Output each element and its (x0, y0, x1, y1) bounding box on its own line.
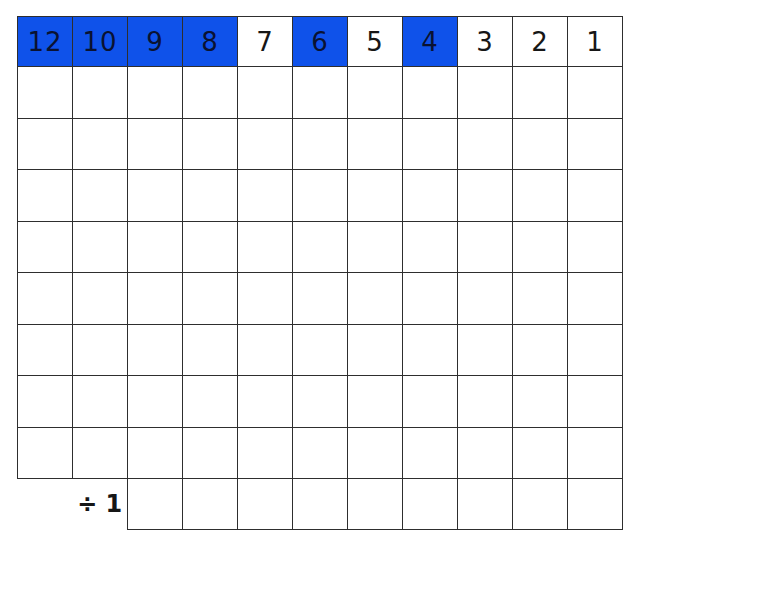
grid-cell-r7c3[interactable] (128, 376, 183, 428)
grid-row-1 (18, 67, 623, 119)
grid-cell-r6c3[interactable] (128, 324, 183, 376)
grid-cell-r6c5[interactable] (238, 324, 293, 376)
answer-cell-3[interactable] (238, 479, 293, 530)
header-cell-9: 9 (128, 17, 183, 67)
header-cell-1: 1 (568, 17, 623, 67)
grid-cell-r4c1[interactable] (18, 221, 73, 273)
header-cell-5: 5 (348, 17, 403, 67)
grid-cell-r5c8[interactable] (403, 273, 458, 325)
grid-row-8 (18, 427, 623, 479)
grid-cell-r4c2[interactable] (73, 221, 128, 273)
grid-cell-r7c7[interactable] (348, 376, 403, 428)
grid-cell-r1c4[interactable] (183, 67, 238, 119)
grid-cell-r8c10[interactable] (513, 427, 568, 479)
worksheet-canvas: 1210987654321÷ 1 (0, 0, 776, 600)
grid-cell-r4c3[interactable] (128, 221, 183, 273)
grid-cell-r8c3[interactable] (128, 427, 183, 479)
grid-row-3 (18, 170, 623, 222)
grid-cell-r8c9[interactable] (458, 427, 513, 479)
grid-cell-r2c6[interactable] (293, 118, 348, 170)
grid-row-2 (18, 118, 623, 170)
grid-cell-r2c10[interactable] (513, 118, 568, 170)
grid-cell-r6c8[interactable] (403, 324, 458, 376)
grid-cell-r5c11[interactable] (568, 273, 623, 325)
grid-cell-r7c8[interactable] (403, 376, 458, 428)
grid-cell-r1c10[interactable] (513, 67, 568, 119)
grid-cell-r2c11[interactable] (568, 118, 623, 170)
grid-cell-r3c4[interactable] (183, 170, 238, 222)
grid-cell-r8c2[interactable] (73, 427, 128, 479)
grid-cell-r6c4[interactable] (183, 324, 238, 376)
answer-cell-4[interactable] (293, 479, 348, 530)
grid-cell-r8c5[interactable] (238, 427, 293, 479)
grid-cell-r3c2[interactable] (73, 170, 128, 222)
grid-cell-r5c2[interactable] (73, 273, 128, 325)
grid-cell-r8c4[interactable] (183, 427, 238, 479)
grid-cell-r7c1[interactable] (18, 376, 73, 428)
grid-cell-r1c7[interactable] (348, 67, 403, 119)
header-cell-8: 8 (183, 17, 238, 67)
grid-cell-r1c6[interactable] (293, 67, 348, 119)
grid-cell-r4c5[interactable] (238, 221, 293, 273)
grid-cell-r5c1[interactable] (18, 273, 73, 325)
grid-cell-r7c10[interactable] (513, 376, 568, 428)
grid-cell-r6c10[interactable] (513, 324, 568, 376)
answer-row-spacer (18, 479, 73, 530)
grid-cell-r5c6[interactable] (293, 273, 348, 325)
grid-cell-r1c9[interactable] (458, 67, 513, 119)
answer-cell-1[interactable] (128, 479, 183, 530)
grid-cell-r5c9[interactable] (458, 273, 513, 325)
grid-cell-r4c9[interactable] (458, 221, 513, 273)
division-grid-body: 1210987654321÷ 1 (18, 17, 623, 530)
grid-cell-r6c11[interactable] (568, 324, 623, 376)
header-cell-7: 7 (238, 17, 293, 67)
grid-cell-r1c3[interactable] (128, 67, 183, 119)
grid-cell-r7c4[interactable] (183, 376, 238, 428)
grid-cell-r7c9[interactable] (458, 376, 513, 428)
header-cell-2: 2 (513, 17, 568, 67)
grid-cell-r1c1[interactable] (18, 67, 73, 119)
grid-cell-r5c3[interactable] (128, 273, 183, 325)
grid-row-4 (18, 221, 623, 273)
answer-cell-7[interactable] (458, 479, 513, 530)
grid-cell-r6c1[interactable] (18, 324, 73, 376)
answer-cell-9[interactable] (568, 479, 623, 530)
header-cell-10: 10 (73, 17, 128, 67)
grid-cell-r2c7[interactable] (348, 118, 403, 170)
grid-row-6 (18, 324, 623, 376)
grid-cell-r3c3[interactable] (128, 170, 183, 222)
grid-cell-r4c6[interactable] (293, 221, 348, 273)
grid-cell-r8c8[interactable] (403, 427, 458, 479)
divisor-label: ÷ 1 (73, 479, 128, 530)
grid-cell-r2c3[interactable] (128, 118, 183, 170)
grid-cell-r3c1[interactable] (18, 170, 73, 222)
grid-cell-r2c4[interactable] (183, 118, 238, 170)
grid-cell-r5c10[interactable] (513, 273, 568, 325)
grid-cell-r7c6[interactable] (293, 376, 348, 428)
grid-cell-r5c7[interactable] (348, 273, 403, 325)
header-cell-6: 6 (293, 17, 348, 67)
grid-cell-r7c11[interactable] (568, 376, 623, 428)
grid-cell-r4c10[interactable] (513, 221, 568, 273)
header-cell-4: 4 (403, 17, 458, 67)
grid-cell-r6c9[interactable] (458, 324, 513, 376)
grid-cell-r4c8[interactable] (403, 221, 458, 273)
answer-cell-2[interactable] (183, 479, 238, 530)
grid-cell-r1c11[interactable] (568, 67, 623, 119)
grid-cell-r7c5[interactable] (238, 376, 293, 428)
grid-cell-r2c2[interactable] (73, 118, 128, 170)
grid-cell-r1c8[interactable] (403, 67, 458, 119)
grid-cell-r8c11[interactable] (568, 427, 623, 479)
grid-cell-r2c1[interactable] (18, 118, 73, 170)
grid-cell-r6c7[interactable] (348, 324, 403, 376)
grid-cell-r1c5[interactable] (238, 67, 293, 119)
grid-cell-r5c5[interactable] (238, 273, 293, 325)
grid-cell-r3c8[interactable] (403, 170, 458, 222)
grid-cell-r5c4[interactable] (183, 273, 238, 325)
grid-cell-r1c2[interactable] (73, 67, 128, 119)
header-cell-3: 3 (458, 17, 513, 67)
grid-cell-r2c5[interactable] (238, 118, 293, 170)
grid-cell-r3c11[interactable] (568, 170, 623, 222)
grid-cell-r2c9[interactable] (458, 118, 513, 170)
grid-row-5 (18, 273, 623, 325)
grid-cell-r4c4[interactable] (183, 221, 238, 273)
grid-cell-r2c8[interactable] (403, 118, 458, 170)
answer-cell-6[interactable] (403, 479, 458, 530)
answer-cell-5[interactable] (348, 479, 403, 530)
grid-cell-r6c2[interactable] (73, 324, 128, 376)
grid-cell-r3c5[interactable] (238, 170, 293, 222)
grid-cell-r8c1[interactable] (18, 427, 73, 479)
grid-cell-r8c7[interactable] (348, 427, 403, 479)
grid-cell-r6c6[interactable] (293, 324, 348, 376)
grid-cell-r3c10[interactable] (513, 170, 568, 222)
grid-cell-r3c6[interactable] (293, 170, 348, 222)
division-grid: 1210987654321÷ 1 (17, 16, 623, 530)
grid-cell-r7c2[interactable] (73, 376, 128, 428)
answer-row: ÷ 1 (18, 479, 623, 530)
grid-cell-r3c7[interactable] (348, 170, 403, 222)
header-cell-12: 12 (18, 17, 73, 67)
answer-cell-8[interactable] (513, 479, 568, 530)
grid-cell-r4c7[interactable] (348, 221, 403, 273)
header-row: 1210987654321 (18, 17, 623, 67)
grid-cell-r3c9[interactable] (458, 170, 513, 222)
grid-row-7 (18, 376, 623, 428)
grid-cell-r8c6[interactable] (293, 427, 348, 479)
grid-cell-r4c11[interactable] (568, 221, 623, 273)
